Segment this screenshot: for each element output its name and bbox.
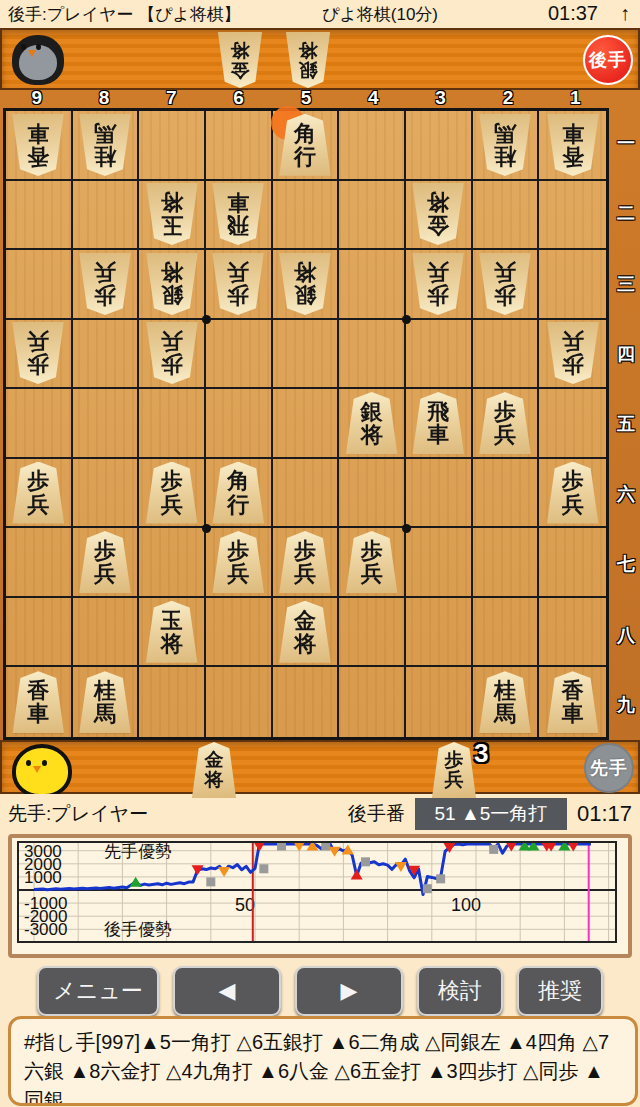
piece-kanji: 馬	[94, 702, 116, 725]
sente-badge: 先手	[584, 743, 634, 793]
piece-sente-桂馬[interactable]: 桂馬	[77, 671, 133, 733]
svg-text:1000: 1000	[24, 868, 62, 887]
cell-3七[interactable]	[406, 528, 473, 598]
piece-gote-玉将[interactable]: 玉将	[144, 183, 200, 245]
piece-kanji: 歩	[94, 284, 116, 307]
piece-sente-玉将[interactable]: 玉将	[144, 601, 200, 663]
piece-sente-金将[interactable]: 金将	[277, 601, 333, 663]
piece-sente-銀将[interactable]: 銀将	[344, 392, 400, 454]
piece-kanji: 角	[227, 469, 249, 492]
cell-4七[interactable]: 歩兵	[339, 528, 406, 598]
piece-sente-歩兵[interactable]: 歩兵	[10, 462, 66, 524]
piece-kanji: 車	[27, 122, 49, 145]
cell-4八[interactable]	[339, 598, 406, 668]
svg-text:100: 100	[451, 895, 481, 915]
piece-kanji: 歩	[161, 469, 183, 492]
piece-sente-歩兵[interactable]: 歩兵	[77, 531, 133, 593]
piece-kanji: 将	[299, 40, 318, 60]
cell-9七[interactable]	[6, 528, 73, 598]
piece-kanji: 角	[294, 122, 316, 145]
piece-kanji: 飛	[427, 400, 449, 423]
file-label-2: 2	[474, 87, 541, 109]
rank-label-三: 三	[613, 248, 639, 318]
cell-1六[interactable]: 歩兵	[539, 459, 606, 529]
sente-piece-tray: 金将歩兵3 先手	[0, 740, 640, 794]
current-move-box[interactable]: 51 ▲5一角打	[415, 798, 567, 830]
next-move-button[interactable]: ▶	[295, 966, 403, 1016]
gote-clock: 01:37	[548, 2, 598, 25]
piece-gote-歩兵[interactable]: 歩兵	[410, 253, 466, 315]
piyo-shogi-app: 後手:プレイヤー 【ぴよ将棋】 ぴよ将棋(10分) 01:37 ↑ 金将銀将 後…	[0, 0, 640, 1107]
rank-labels: 一二三四五六七八九	[613, 108, 639, 740]
piece-kanji: 桂	[94, 145, 116, 168]
cell-7一[interactable]	[139, 111, 206, 181]
piece-sente-歩兵[interactable]: 歩兵	[210, 531, 266, 593]
piece-kanji: 香	[562, 145, 584, 168]
piece-sente-歩兵[interactable]: 歩兵	[477, 392, 533, 454]
gote-player-label: 後手:プレイヤー 【ぴよ将棋】	[8, 3, 241, 26]
cell-9一[interactable]: 香車	[6, 111, 73, 181]
cell-5七[interactable]: 歩兵	[273, 528, 340, 598]
piece-sente-歩兵[interactable]: 歩兵	[277, 531, 333, 593]
file-label-4: 4	[340, 87, 407, 109]
star-point	[402, 524, 411, 533]
piece-kanji: 車	[562, 702, 584, 725]
piece-gote-銀将[interactable]: 銀将	[277, 253, 333, 315]
cell-2三[interactable]: 歩兵	[473, 250, 540, 320]
cell-5六[interactable]	[273, 459, 340, 529]
file-label-7: 7	[138, 87, 205, 109]
piece-kanji: 兵	[294, 562, 316, 585]
sente-avatar-chick-icon	[12, 744, 72, 798]
piece-kanji: 兵	[494, 423, 516, 446]
piece-kanji: 金	[205, 750, 224, 770]
cell-6三[interactable]: 歩兵	[206, 250, 273, 320]
cell-9三[interactable]	[6, 250, 73, 320]
piece-kanji: 車	[227, 191, 249, 214]
cell-1七[interactable]	[539, 528, 606, 598]
cell-2一[interactable]: 桂馬	[473, 111, 540, 181]
cell-8一[interactable]: 桂馬	[73, 111, 140, 181]
piece-kanji: 兵	[361, 562, 383, 585]
sente-hand-count: 3	[474, 738, 488, 769]
cell-3九[interactable]	[406, 667, 473, 737]
cell-2六[interactable]	[473, 459, 540, 529]
piece-gote-桂馬[interactable]: 桂馬	[77, 114, 133, 176]
piece-kanji: 将	[231, 40, 250, 60]
cell-1九[interactable]: 香車	[539, 667, 606, 737]
evaluation-chart[interactable]: 300020001000-1000-2000-3000先手優勢後手優勢50100	[12, 838, 620, 946]
piece-kanji: 将	[294, 632, 316, 655]
piece-kanji: 将	[294, 261, 316, 284]
piece-kanji: 兵	[227, 261, 249, 284]
cell-9五[interactable]	[6, 389, 73, 459]
kifu-text: #指し手[997]▲5一角打 △6五銀打 ▲6二角成 △同銀左 ▲4四角 △7六…	[8, 1016, 638, 1106]
cell-5八[interactable]: 金将	[273, 598, 340, 668]
cell-6四[interactable]	[206, 320, 273, 390]
status-bar: 先手:プレイヤー 後手番 51 ▲5一角打 01:17	[0, 794, 640, 834]
piece-kanji: 兵	[161, 493, 183, 516]
gote-piece-tray: 金将銀将 後手	[0, 28, 640, 90]
piece-kanji: 行	[227, 493, 249, 516]
cell-5一[interactable]: 角行	[273, 111, 340, 181]
cell-6六[interactable]: 角行	[206, 459, 273, 529]
piece-kanji: 兵	[427, 261, 449, 284]
piece-kanji: 歩	[494, 284, 516, 307]
piece-kanji: 歩	[562, 469, 584, 492]
piece-kanji: 歩	[294, 539, 316, 562]
cell-9二[interactable]	[6, 181, 73, 251]
piece-gote-歩兵[interactable]: 歩兵	[77, 253, 133, 315]
piece-gote-銀将[interactable]: 銀将	[284, 32, 332, 88]
file-label-1: 1	[542, 87, 609, 109]
cell-9六[interactable]: 歩兵	[6, 459, 73, 529]
cell-8二[interactable]	[73, 181, 140, 251]
star-point	[402, 315, 411, 324]
piece-kanji: 香	[27, 679, 49, 702]
piece-sente-金将[interactable]: 金将	[190, 742, 238, 798]
cell-8八[interactable]	[73, 598, 140, 668]
piece-gote-金将[interactable]: 金将	[216, 32, 264, 88]
piece-sente-香車[interactable]: 香車	[10, 671, 66, 733]
file-label-9: 9	[3, 87, 70, 109]
cell-4五[interactable]: 銀将	[339, 389, 406, 459]
collapse-arrow-icon[interactable]: ↑	[620, 2, 630, 25]
menu-button[interactable]: メニュー	[37, 966, 159, 1016]
piece-kanji: 兵	[94, 562, 116, 585]
svg-text:後手優勢: 後手優勢	[104, 920, 172, 939]
gote-hand-金将[interactable]: 金将	[216, 32, 264, 88]
cell-8六[interactable]	[73, 459, 140, 529]
file-label-6: 6	[205, 87, 272, 109]
piece-kanji: 兵	[227, 562, 249, 585]
cell-4三[interactable]	[339, 250, 406, 320]
file-label-3: 3	[407, 87, 474, 109]
cell-8四[interactable]	[73, 320, 140, 390]
piece-kanji: 車	[427, 423, 449, 446]
piece-kanji: 桂	[94, 679, 116, 702]
piece-sente-角行[interactable]: 角行	[210, 462, 266, 524]
shogi-board-zone: 987654321 香車桂馬角行桂馬香車玉将飛車金将歩兵銀将歩兵銀将歩兵歩兵歩兵…	[0, 90, 640, 740]
piece-gote-歩兵[interactable]: 歩兵	[10, 322, 66, 384]
piece-kanji: 兵	[94, 261, 116, 284]
cell-1二[interactable]	[539, 181, 606, 251]
piece-sente-歩兵[interactable]: 歩兵	[545, 462, 601, 524]
piece-sente-歩兵[interactable]: 歩兵	[144, 462, 200, 524]
cell-3四[interactable]	[406, 320, 473, 390]
cell-6七[interactable]: 歩兵	[206, 528, 273, 598]
cell-3八[interactable]	[406, 598, 473, 668]
cell-7四[interactable]: 歩兵	[139, 320, 206, 390]
cell-8三[interactable]: 歩兵	[73, 250, 140, 320]
cell-5九[interactable]	[273, 667, 340, 737]
cell-6八[interactable]	[206, 598, 273, 668]
star-point	[202, 315, 211, 324]
piece-kanji: 歩	[562, 353, 584, 376]
cell-1一[interactable]: 香車	[539, 111, 606, 181]
piece-gote-銀将[interactable]: 銀将	[144, 253, 200, 315]
piece-kanji: 歩	[27, 469, 49, 492]
cell-4九[interactable]	[339, 667, 406, 737]
penguin-beak	[28, 50, 36, 57]
piece-kanji: 歩	[227, 284, 249, 307]
piece-kanji: 金	[231, 60, 250, 80]
cell-1八[interactable]	[539, 598, 606, 668]
sente-clock: 01:17	[577, 801, 632, 827]
piece-kanji: 将	[161, 632, 183, 655]
piece-kanji: 馬	[94, 122, 116, 145]
cell-5五[interactable]	[273, 389, 340, 459]
gote-hand-銀将[interactable]: 銀将	[284, 32, 332, 88]
piece-kanji: 兵	[161, 330, 183, 353]
piece-kanji: 香	[27, 145, 49, 168]
piece-kanji: 玉	[161, 214, 183, 237]
cell-1五[interactable]	[539, 389, 606, 459]
cell-2九[interactable]: 桂馬	[473, 667, 540, 737]
cell-4二[interactable]	[339, 181, 406, 251]
piece-kanji: 兵	[562, 330, 584, 353]
piece-gote-桂馬[interactable]: 桂馬	[477, 114, 533, 176]
cell-6一[interactable]	[206, 111, 273, 181]
rank-label-二: 二	[613, 178, 639, 248]
cell-4一[interactable]	[339, 111, 406, 181]
piece-sente-桂馬[interactable]: 桂馬	[477, 671, 533, 733]
piece-gote-歩兵[interactable]: 歩兵	[545, 322, 601, 384]
cell-3三[interactable]: 歩兵	[406, 250, 473, 320]
piece-kanji: 将	[427, 191, 449, 214]
piece-kanji: 銀	[299, 60, 318, 80]
piece-kanji: 歩	[445, 750, 464, 770]
cell-7九[interactable]	[139, 667, 206, 737]
piece-kanji: 兵	[27, 493, 49, 516]
piece-kanji: 玉	[161, 609, 183, 632]
piece-gote-金将[interactable]: 金将	[410, 183, 466, 245]
piece-kanji: 車	[27, 702, 49, 725]
piece-kanji: 車	[562, 122, 584, 145]
cell-5四[interactable]	[273, 320, 340, 390]
rank-label-六: 六	[613, 459, 639, 529]
cell-7五[interactable]	[139, 389, 206, 459]
cell-6二[interactable]: 飛車	[206, 181, 273, 251]
analyze-button[interactable]: 検討	[417, 966, 503, 1016]
cell-8五[interactable]	[73, 389, 140, 459]
piece-sente-歩兵[interactable]: 歩兵	[430, 742, 478, 798]
piece-kanji: 将	[161, 191, 183, 214]
rank-label-九: 九	[613, 670, 639, 740]
rank-label-七: 七	[613, 529, 639, 599]
turn-indicator: 後手番	[348, 801, 405, 827]
chick-beak	[33, 766, 41, 773]
rank-label-四: 四	[613, 319, 639, 389]
rank-label-八: 八	[613, 600, 639, 670]
piece-kanji: 飛	[227, 214, 249, 237]
sente-hand-金将[interactable]: 金将	[190, 742, 238, 798]
cell-9八[interactable]	[6, 598, 73, 668]
piece-gote-歩兵[interactable]: 歩兵	[144, 322, 200, 384]
piece-kanji: 歩	[27, 353, 49, 376]
svg-text:-3000: -3000	[24, 920, 67, 939]
piece-kanji: 将	[361, 423, 383, 446]
prev-move-button[interactable]: ◀	[173, 966, 281, 1016]
piece-kanji: 行	[294, 145, 316, 168]
piece-kanji: 歩	[227, 539, 249, 562]
top-info-bar: 後手:プレイヤー 【ぴよ将棋】 ぴよ将棋(10分) 01:37 ↑	[0, 0, 640, 28]
piece-gote-歩兵[interactable]: 歩兵	[210, 253, 266, 315]
cell-2七[interactable]	[473, 528, 540, 598]
cell-7八[interactable]: 玉将	[139, 598, 206, 668]
file-label-8: 8	[70, 87, 137, 109]
cell-3六[interactable]	[406, 459, 473, 529]
piece-sente-歩兵[interactable]: 歩兵	[344, 531, 400, 593]
evaluation-graph-panel[interactable]: 300020001000-1000-2000-3000先手優勢後手優勢50100	[8, 834, 632, 958]
piece-gote-香車[interactable]: 香車	[10, 114, 66, 176]
piece-kanji: 桂	[494, 145, 516, 168]
cell-2八[interactable]	[473, 598, 540, 668]
cell-7七[interactable]	[139, 528, 206, 598]
piece-kanji: 銀	[161, 284, 183, 307]
cell-4六[interactable]	[339, 459, 406, 529]
cell-4四[interactable]	[339, 320, 406, 390]
svg-text:先手優勢: 先手優勢	[104, 842, 172, 861]
cell-6九[interactable]	[206, 667, 273, 737]
piece-kanji: 馬	[494, 122, 516, 145]
star-point	[202, 524, 211, 533]
cell-3二[interactable]: 金将	[406, 181, 473, 251]
piece-kanji: 兵	[562, 493, 584, 516]
control-button-row: メニュー◀▶検討推奨	[0, 966, 640, 1016]
cell-8七[interactable]: 歩兵	[73, 528, 140, 598]
piece-gote-飛車[interactable]: 飛車	[210, 183, 266, 245]
piece-kanji: 兵	[494, 261, 516, 284]
cell-2二[interactable]	[473, 181, 540, 251]
cell-7三[interactable]: 銀将	[139, 250, 206, 320]
piece-kanji: 馬	[494, 702, 516, 725]
sente-hand-歩兵[interactable]: 歩兵	[430, 742, 478, 798]
piece-kanji: 歩	[161, 353, 183, 376]
piece-sente-香車[interactable]: 香車	[545, 671, 601, 733]
cell-2五[interactable]: 歩兵	[473, 389, 540, 459]
piece-gote-歩兵[interactable]: 歩兵	[477, 253, 533, 315]
game-mode-label: ぴよ将棋(10分)	[322, 3, 438, 26]
cell-2四[interactable]	[473, 320, 540, 390]
suggest-button[interactable]: 推奨	[517, 966, 603, 1016]
sente-player-label: 先手:プレイヤー	[8, 801, 148, 827]
piece-kanji: 兵	[445, 770, 464, 790]
cell-3一[interactable]	[406, 111, 473, 181]
piece-kanji: 香	[562, 679, 584, 702]
cell-5三[interactable]: 銀将	[273, 250, 340, 320]
cell-6五[interactable]	[206, 389, 273, 459]
cell-1四[interactable]: 歩兵	[539, 320, 606, 390]
piece-kanji: 将	[161, 261, 183, 284]
cell-5二[interactable]	[273, 181, 340, 251]
piece-kanji: 桂	[494, 679, 516, 702]
piece-kanji: 歩	[494, 400, 516, 423]
rank-label-五: 五	[613, 389, 639, 459]
gote-avatar-penguin-icon	[12, 35, 64, 85]
piece-kanji: 歩	[94, 539, 116, 562]
piece-kanji: 歩	[427, 284, 449, 307]
rank-label-一: 一	[613, 108, 639, 178]
penguin-face	[19, 45, 57, 80]
piece-sente-飛車[interactable]: 飛車	[410, 392, 466, 454]
file-labels: 987654321	[3, 87, 609, 109]
piece-kanji: 兵	[27, 330, 49, 353]
piece-kanji: 将	[205, 770, 224, 790]
piece-kanji: 歩	[361, 539, 383, 562]
cell-7六[interactable]: 歩兵	[139, 459, 206, 529]
cell-1三[interactable]	[539, 250, 606, 320]
cell-9四[interactable]: 歩兵	[6, 320, 73, 390]
piece-kanji: 銀	[294, 284, 316, 307]
cell-7二[interactable]: 玉将	[139, 181, 206, 251]
cell-3五[interactable]: 飛車	[406, 389, 473, 459]
piece-kanji: 金	[294, 609, 316, 632]
shogi-board[interactable]: 香車桂馬角行桂馬香車玉将飛車金将歩兵銀将歩兵銀将歩兵歩兵歩兵歩兵歩兵銀将飛車歩兵…	[3, 108, 609, 740]
cell-9九[interactable]: 香車	[6, 667, 73, 737]
cell-8九[interactable]: 桂馬	[73, 667, 140, 737]
piece-gote-香車[interactable]: 香車	[545, 114, 601, 176]
piece-kanji: 金	[427, 214, 449, 237]
piece-kanji: 銀	[361, 400, 383, 423]
gote-badge: 後手	[583, 35, 633, 85]
